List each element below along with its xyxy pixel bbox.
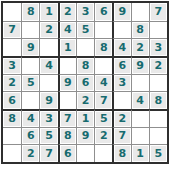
sudoku-cell-r4c9[interactable]: 2 bbox=[149, 56, 167, 74]
cell-digit: 9 bbox=[133, 59, 148, 73]
sudoku-cell-r4c7[interactable]: 6 bbox=[112, 56, 130, 74]
sudoku-cell-r5c4[interactable]: 9 bbox=[58, 74, 76, 92]
cell-digit: 7 bbox=[41, 146, 56, 161]
sudoku-cell-r3c1[interactable] bbox=[3, 38, 21, 56]
cell-digit: 8 bbox=[4, 112, 20, 126]
cell-digit: 7 bbox=[115, 129, 129, 144]
cell-digit: 5 bbox=[96, 112, 111, 126]
sudoku-cell-r9c1[interactable] bbox=[3, 144, 21, 162]
cell-empty bbox=[41, 40, 56, 55]
cell-digit: 6 bbox=[61, 146, 75, 161]
cell-empty bbox=[115, 93, 129, 108]
sudoku-cell-r2c7[interactable] bbox=[112, 21, 130, 39]
sudoku-cell-r8c7[interactable]: 7 bbox=[112, 127, 130, 145]
cell-empty bbox=[151, 23, 166, 38]
cell-digit: 7 bbox=[151, 4, 166, 20]
sudoku-cell-r7c4[interactable]: 7 bbox=[58, 109, 76, 127]
sudoku-cell-r8c9[interactable] bbox=[149, 127, 167, 145]
cell-digit: 9 bbox=[41, 93, 56, 108]
cell-digit: 7 bbox=[61, 112, 75, 126]
sudoku-cell-r8c6[interactable]: 2 bbox=[94, 127, 112, 145]
cell-empty bbox=[61, 59, 75, 73]
sudoku-cell-r3c2[interactable]: 9 bbox=[21, 38, 39, 56]
cell-empty bbox=[96, 146, 111, 161]
cell-digit: 5 bbox=[151, 146, 166, 161]
sudoku-cell-r6c8[interactable]: 4 bbox=[131, 91, 149, 109]
cell-empty bbox=[96, 23, 111, 38]
sudoku-cell-r9c4[interactable]: 6 bbox=[58, 144, 76, 162]
sudoku-cell-r2c2[interactable] bbox=[21, 21, 39, 39]
cell-digit: 8 bbox=[96, 40, 111, 55]
sudoku-cell-r9c3[interactable]: 7 bbox=[39, 144, 57, 162]
sudoku-cell-r1c4[interactable]: 2 bbox=[58, 3, 76, 21]
sudoku-cell-r1c1[interactable] bbox=[3, 3, 21, 21]
cell-digit: 8 bbox=[133, 23, 148, 38]
cell-digit: 2 bbox=[96, 129, 111, 144]
cell-empty bbox=[4, 4, 20, 20]
cell-digit: 3 bbox=[115, 76, 129, 91]
sudoku-cell-r4c4[interactable] bbox=[58, 56, 76, 74]
cell-digit: 7 bbox=[96, 93, 111, 108]
sudoku-board-container: 8123697724589184233486922596436927488437… bbox=[1, 1, 169, 164]
sudoku-cell-r2c4[interactable]: 4 bbox=[58, 21, 76, 39]
sudoku-cell-r8c5[interactable]: 9 bbox=[76, 127, 94, 145]
sudoku-cell-r5c2[interactable]: 5 bbox=[21, 74, 39, 92]
sudoku-cell-r4c1[interactable]: 3 bbox=[3, 56, 21, 74]
cell-empty bbox=[78, 40, 93, 55]
cell-empty bbox=[4, 129, 20, 144]
cell-digit: 8 bbox=[23, 4, 38, 20]
cell-empty bbox=[41, 76, 56, 91]
cell-digit: 6 bbox=[78, 76, 93, 91]
cell-digit: 1 bbox=[61, 40, 75, 55]
sudoku-cell-r3c4[interactable]: 1 bbox=[58, 38, 76, 56]
cell-digit: 6 bbox=[96, 4, 111, 20]
sudoku-cell-r1c3[interactable]: 1 bbox=[39, 3, 57, 21]
cell-empty bbox=[115, 23, 129, 38]
cell-digit: 4 bbox=[96, 76, 111, 91]
sudoku-cell-r7c8[interactable] bbox=[131, 109, 149, 127]
cell-empty bbox=[23, 59, 38, 73]
sudoku-cell-r4c5[interactable]: 8 bbox=[76, 56, 94, 74]
sudoku-cell-r7c6[interactable]: 5 bbox=[94, 109, 112, 127]
sudoku-cell-r1c6[interactable]: 6 bbox=[94, 3, 112, 21]
sudoku-cell-r4c6[interactable] bbox=[94, 56, 112, 74]
cell-empty bbox=[4, 40, 20, 55]
sudoku-cell-r6c5[interactable]: 2 bbox=[76, 91, 94, 109]
cell-empty bbox=[151, 129, 166, 144]
sudoku-cell-r9c8[interactable]: 1 bbox=[131, 144, 149, 162]
sudoku-cell-r8c8[interactable] bbox=[131, 127, 149, 145]
sudoku-cell-r3c7[interactable]: 4 bbox=[112, 38, 130, 56]
cell-empty bbox=[4, 146, 20, 161]
cell-digit: 9 bbox=[115, 4, 129, 20]
cell-empty bbox=[151, 112, 166, 126]
sudoku-cell-r5c3[interactable] bbox=[39, 74, 57, 92]
cell-empty bbox=[23, 23, 38, 38]
sudoku-cell-r2c3[interactable]: 2 bbox=[39, 21, 57, 39]
cell-digit: 9 bbox=[61, 76, 75, 91]
sudoku-cell-r2c9[interactable] bbox=[149, 21, 167, 39]
sudoku-cell-r1c9[interactable]: 7 bbox=[149, 3, 167, 21]
cell-digit: 2 bbox=[41, 23, 56, 38]
sudoku-cell-r6c2[interactable] bbox=[21, 91, 39, 109]
cell-digit: 3 bbox=[41, 112, 56, 126]
sudoku-cell-r6c7[interactable] bbox=[112, 91, 130, 109]
cell-digit: 2 bbox=[133, 40, 148, 55]
cell-empty bbox=[78, 146, 93, 161]
sudoku-cell-r7c1[interactable]: 8 bbox=[3, 109, 21, 127]
cell-empty bbox=[96, 59, 111, 73]
sudoku-cell-r1c2[interactable]: 8 bbox=[21, 3, 39, 21]
cell-digit: 9 bbox=[78, 129, 93, 144]
sudoku-cell-r5c1[interactable]: 2 bbox=[3, 74, 21, 92]
sudoku-cell-r7c7[interactable]: 2 bbox=[112, 109, 130, 127]
sudoku-cell-r6c6[interactable]: 7 bbox=[94, 91, 112, 109]
cell-digit: 8 bbox=[78, 59, 93, 73]
cell-empty bbox=[133, 4, 148, 20]
sudoku-cell-r9c9[interactable]: 5 bbox=[149, 144, 167, 162]
sudoku-cell-r2c6[interactable] bbox=[94, 21, 112, 39]
sudoku-cell-r8c1[interactable] bbox=[3, 127, 21, 145]
cell-digit: 6 bbox=[4, 93, 20, 108]
cell-digit: 2 bbox=[115, 112, 129, 126]
sudoku-cell-r6c3[interactable]: 9 bbox=[39, 91, 57, 109]
sudoku-cell-r8c4[interactable]: 8 bbox=[58, 127, 76, 145]
sudoku-cell-r7c5[interactable]: 1 bbox=[76, 109, 94, 127]
sudoku-cell-r1c5[interactable]: 3 bbox=[76, 3, 94, 21]
cell-digit: 4 bbox=[115, 40, 129, 55]
cell-digit: 5 bbox=[23, 76, 38, 91]
sudoku-cell-r7c9[interactable] bbox=[149, 109, 167, 127]
cell-digit: 8 bbox=[115, 146, 129, 161]
cell-digit: 1 bbox=[133, 146, 148, 161]
sudoku-cell-r4c8[interactable]: 9 bbox=[131, 56, 149, 74]
sudoku-cell-r3c6[interactable]: 8 bbox=[94, 38, 112, 56]
sudoku-cell-r2c8[interactable]: 8 bbox=[131, 21, 149, 39]
sudoku-cell-r6c1[interactable]: 6 bbox=[3, 91, 21, 109]
sudoku-cell-r6c9[interactable]: 8 bbox=[149, 91, 167, 109]
cell-digit: 2 bbox=[4, 76, 20, 91]
sudoku-cell-r5c5[interactable]: 6 bbox=[76, 74, 94, 92]
cell-digit: 4 bbox=[133, 93, 148, 108]
cell-digit: 1 bbox=[78, 112, 93, 126]
sudoku-cell-r6c4[interactable] bbox=[58, 91, 76, 109]
cell-digit: 8 bbox=[61, 129, 75, 144]
cell-empty bbox=[151, 76, 166, 91]
cell-digit: 4 bbox=[41, 59, 56, 73]
sudoku-cell-r1c8[interactable] bbox=[131, 3, 149, 21]
cell-digit: 3 bbox=[4, 59, 20, 73]
cell-empty bbox=[133, 129, 148, 144]
sudoku-cell-r2c1[interactable]: 7 bbox=[3, 21, 21, 39]
sudoku-cell-r1c7[interactable]: 9 bbox=[112, 3, 130, 21]
sudoku-cell-r3c3[interactable] bbox=[39, 38, 57, 56]
cell-digit: 3 bbox=[151, 40, 166, 55]
sudoku-cell-r4c2[interactable] bbox=[21, 56, 39, 74]
cell-digit: 8 bbox=[151, 93, 166, 108]
sudoku-cell-r9c5[interactable] bbox=[76, 144, 94, 162]
cell-digit: 2 bbox=[78, 93, 93, 108]
sudoku-cell-r5c9[interactable] bbox=[149, 74, 167, 92]
sudoku-cell-r4c3[interactable]: 4 bbox=[39, 56, 57, 74]
cell-digit: 1 bbox=[41, 4, 56, 20]
sudoku-cell-r8c2[interactable]: 6 bbox=[21, 127, 39, 145]
sudoku-cell-r5c8[interactable] bbox=[131, 74, 149, 92]
cell-empty bbox=[133, 112, 148, 126]
sudoku-board: 8123697724589184233486922596436927488437… bbox=[1, 1, 169, 164]
sudoku-cell-r9c2[interactable]: 2 bbox=[21, 144, 39, 162]
cell-digit: 6 bbox=[115, 59, 129, 73]
cell-digit: 3 bbox=[78, 4, 93, 20]
cell-digit: 5 bbox=[41, 129, 56, 144]
cell-digit: 6 bbox=[23, 129, 38, 144]
cell-empty bbox=[61, 93, 75, 108]
cell-digit: 5 bbox=[78, 23, 93, 38]
sudoku-cell-r2c5[interactable]: 5 bbox=[76, 21, 94, 39]
sudoku-cell-r7c3[interactable]: 3 bbox=[39, 109, 57, 127]
sudoku-cell-r9c7[interactable]: 8 bbox=[112, 144, 130, 162]
sudoku-cell-r3c8[interactable]: 2 bbox=[131, 38, 149, 56]
cell-digit: 4 bbox=[23, 112, 38, 126]
sudoku-cell-r9c6[interactable] bbox=[94, 144, 112, 162]
sudoku-cell-r3c5[interactable] bbox=[76, 38, 94, 56]
cell-digit: 2 bbox=[23, 146, 38, 161]
cell-digit: 2 bbox=[151, 59, 166, 73]
sudoku-cell-r3c9[interactable]: 3 bbox=[149, 38, 167, 56]
sudoku-cell-r5c7[interactable]: 3 bbox=[112, 74, 130, 92]
sudoku-cell-r7c2[interactable]: 4 bbox=[21, 109, 39, 127]
cell-digit: 4 bbox=[61, 23, 75, 38]
cell-empty bbox=[133, 76, 148, 91]
cell-digit: 7 bbox=[4, 23, 20, 38]
sudoku-cell-r8c3[interactable]: 5 bbox=[39, 127, 57, 145]
cell-empty bbox=[23, 93, 38, 108]
sudoku-cell-r5c6[interactable]: 4 bbox=[94, 74, 112, 92]
cell-digit: 9 bbox=[23, 40, 38, 55]
cell-digit: 2 bbox=[61, 4, 75, 20]
